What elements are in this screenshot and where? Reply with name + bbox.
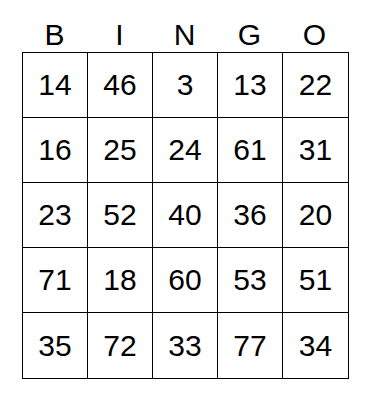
bingo-cell-r0c0[interactable]: 14 — [23, 53, 88, 118]
bingo-cell-r0c2[interactable]: 3 — [153, 53, 218, 118]
bingo-cell-r0c3[interactable]: 13 — [218, 53, 283, 118]
bingo-cell-r4c4[interactable]: 34 — [283, 313, 348, 378]
bingo-cell-r3c0[interactable]: 71 — [23, 248, 88, 313]
bingo-cell-r0c1[interactable]: 46 — [88, 53, 153, 118]
bingo-cell-r2c3[interactable]: 36 — [218, 183, 283, 248]
bingo-cell-r4c0[interactable]: 35 — [23, 313, 88, 378]
header-letter-i: I — [87, 18, 152, 52]
bingo-cell-r4c2[interactable]: 33 — [153, 313, 218, 378]
bingo-cell-r3c3[interactable]: 53 — [218, 248, 283, 313]
bingo-cell-r1c3[interactable]: 61 — [218, 118, 283, 183]
header-letter-g: G — [217, 18, 282, 52]
bingo-cell-r2c2[interactable]: 40 — [153, 183, 218, 248]
header-letter-o: O — [282, 18, 347, 52]
bingo-cell-r2c4[interactable]: 20 — [283, 183, 348, 248]
bingo-cell-r2c1[interactable]: 52 — [88, 183, 153, 248]
header-letter-n: N — [152, 18, 217, 52]
bingo-cell-r2c0[interactable]: 23 — [23, 183, 88, 248]
bingo-cell-r4c1[interactable]: 72 — [88, 313, 153, 378]
bingo-cell-r0c4[interactable]: 22 — [283, 53, 348, 118]
bingo-grid: 14 46 3 13 22 16 25 24 61 31 23 52 40 36… — [22, 52, 349, 379]
bingo-cell-r1c4[interactable]: 31 — [283, 118, 348, 183]
bingo-cell-r1c1[interactable]: 25 — [88, 118, 153, 183]
bingo-cell-r1c0[interactable]: 16 — [23, 118, 88, 183]
bingo-cell-r3c2[interactable]: 60 — [153, 248, 218, 313]
bingo-header: B I N G O — [22, 18, 349, 52]
header-letter-b: B — [22, 18, 87, 52]
bingo-card: B I N G O 14 46 3 13 22 16 25 24 61 31 2… — [22, 18, 349, 379]
bingo-cell-r3c1[interactable]: 18 — [88, 248, 153, 313]
bingo-cell-r1c2[interactable]: 24 — [153, 118, 218, 183]
bingo-cell-r3c4[interactable]: 51 — [283, 248, 348, 313]
bingo-cell-r4c3[interactable]: 77 — [218, 313, 283, 378]
